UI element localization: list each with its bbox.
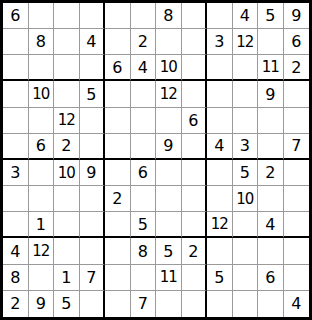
cell-r1c9[interactable] xyxy=(207,3,233,29)
cell-r9c5[interactable] xyxy=(105,212,131,238)
cell-r2c5[interactable] xyxy=(105,29,131,55)
cell-r2c8[interactable] xyxy=(182,29,208,55)
cell-r11c11[interactable]: 6 xyxy=(258,265,284,291)
cell-r7c8[interactable] xyxy=(182,160,208,186)
cell-r2c11[interactable] xyxy=(258,29,284,55)
cell-r3c8[interactable] xyxy=(182,55,208,81)
cell-r8c8[interactable] xyxy=(182,186,208,212)
cell-r11c1[interactable]: 8 xyxy=(3,265,29,291)
cell-r10c8[interactable]: 2 xyxy=(182,238,208,264)
cell-r10c10[interactable] xyxy=(233,238,259,264)
cell-r12c5[interactable] xyxy=(105,291,131,317)
cell-r7c9[interactable] xyxy=(207,160,233,186)
cell-r8c6[interactable] xyxy=(131,186,157,212)
cell-r1c12[interactable]: 9 xyxy=(284,3,310,29)
cell-r4c2[interactable]: 10 xyxy=(29,81,55,107)
cell-r10c12[interactable] xyxy=(284,238,310,264)
cell-r10c5[interactable] xyxy=(105,238,131,264)
cell-r6c2[interactable]: 6 xyxy=(29,134,55,160)
cell-r7c3[interactable]: 10 xyxy=(54,160,80,186)
cell-r7c10[interactable]: 5 xyxy=(233,160,259,186)
cell-r6c5[interactable] xyxy=(105,134,131,160)
cell-r4c6[interactable] xyxy=(131,81,157,107)
cell-r3c7[interactable]: 10 xyxy=(156,55,182,81)
cell-r4c12[interactable] xyxy=(284,81,310,107)
cell-r1c8[interactable] xyxy=(182,3,208,29)
cell-r10c3[interactable] xyxy=(54,238,80,264)
cell-r8c12[interactable] xyxy=(284,186,310,212)
cell-r9c9[interactable]: 12 xyxy=(207,212,233,238)
cell-r3c1[interactable] xyxy=(3,55,29,81)
cell-r8c1[interactable] xyxy=(3,186,29,212)
cell-r9c3[interactable] xyxy=(54,212,80,238)
cell-r8c2[interactable] xyxy=(29,186,55,212)
cell-r6c7[interactable]: 9 xyxy=(156,134,182,160)
cell-r1c5[interactable] xyxy=(105,3,131,29)
cell-r9c10[interactable] xyxy=(233,212,259,238)
cell-r11c10[interactable] xyxy=(233,265,259,291)
cell-r3c10[interactable] xyxy=(233,55,259,81)
cell-r9c4[interactable] xyxy=(80,212,106,238)
cell-r3c12[interactable]: 2 xyxy=(284,55,310,81)
cell-r9c1[interactable] xyxy=(3,212,29,238)
cell-r3c5[interactable]: 6 xyxy=(105,55,131,81)
cell-r1c3[interactable] xyxy=(54,3,80,29)
cell-r2c2[interactable]: 8 xyxy=(29,29,55,55)
cell-r6c1[interactable] xyxy=(3,134,29,160)
cell-r3c6[interactable]: 4 xyxy=(131,55,157,81)
cell-r8c10[interactable]: 10 xyxy=(233,186,259,212)
cell-r12c3[interactable]: 5 xyxy=(54,291,80,317)
cell-r12c2[interactable]: 9 xyxy=(29,291,55,317)
cell-r6c10[interactable]: 3 xyxy=(233,134,259,160)
cell-r6c6[interactable] xyxy=(131,134,157,160)
cell-r8c11[interactable] xyxy=(258,186,284,212)
cell-r11c8[interactable] xyxy=(182,265,208,291)
cell-r7c2[interactable] xyxy=(29,160,55,186)
cell-r7c7[interactable] xyxy=(156,160,182,186)
cell-r7c5[interactable] xyxy=(105,160,131,186)
cell-r1c1[interactable]: 6 xyxy=(3,3,29,29)
cell-r6c4[interactable] xyxy=(80,134,106,160)
cell-r7c1[interactable]: 3 xyxy=(3,160,29,186)
cell-r4c9[interactable] xyxy=(207,81,233,107)
cell-r6c9[interactable]: 4 xyxy=(207,134,233,160)
cell-r12c9[interactable] xyxy=(207,291,233,317)
cell-r5c2[interactable] xyxy=(29,108,55,134)
cell-r4c4[interactable]: 5 xyxy=(80,81,106,107)
cell-r2c1[interactable] xyxy=(3,29,29,55)
cell-r6c11[interactable] xyxy=(258,134,284,160)
cell-r5c7[interactable] xyxy=(156,108,182,134)
cell-r10c4[interactable] xyxy=(80,238,106,264)
cell-r1c6[interactable] xyxy=(131,3,157,29)
cell-r9c8[interactable] xyxy=(182,212,208,238)
cell-r5c9[interactable] xyxy=(207,108,233,134)
cell-r7c6[interactable]: 6 xyxy=(131,160,157,186)
cell-r5c5[interactable] xyxy=(105,108,131,134)
cell-r3c4[interactable] xyxy=(80,55,106,81)
cell-r4c5[interactable] xyxy=(105,81,131,107)
cell-r10c7[interactable]: 5 xyxy=(156,238,182,264)
cell-r4c10[interactable] xyxy=(233,81,259,107)
cell-r12c1[interactable]: 2 xyxy=(3,291,29,317)
cell-r5c1[interactable] xyxy=(3,108,29,134)
cell-r12c8[interactable] xyxy=(182,291,208,317)
cell-r10c1[interactable]: 4 xyxy=(3,238,29,264)
cell-r11c12[interactable] xyxy=(284,265,310,291)
cell-r10c6[interactable]: 8 xyxy=(131,238,157,264)
cell-r8c9[interactable] xyxy=(207,186,233,212)
cell-r4c3[interactable] xyxy=(54,81,80,107)
cell-r5c11[interactable] xyxy=(258,108,284,134)
cell-r2c4[interactable]: 4 xyxy=(80,29,106,55)
cell-r8c4[interactable] xyxy=(80,186,106,212)
cell-r3c2[interactable] xyxy=(29,55,55,81)
cell-r3c9[interactable] xyxy=(207,55,233,81)
cell-r11c3[interactable]: 1 xyxy=(54,265,80,291)
cell-r11c6[interactable] xyxy=(131,265,157,291)
sudoku-board: 6845984231266410112105129126629437310965… xyxy=(0,0,312,320)
cell-r11c7[interactable]: 11 xyxy=(156,265,182,291)
cell-r7c4[interactable]: 9 xyxy=(80,160,106,186)
cell-r8c7[interactable] xyxy=(156,186,182,212)
cell-r4c8[interactable] xyxy=(182,81,208,107)
cell-r11c5[interactable] xyxy=(105,265,131,291)
cell-r3c11[interactable]: 11 xyxy=(258,55,284,81)
cell-r5c8[interactable]: 6 xyxy=(182,108,208,134)
cell-r6c8[interactable] xyxy=(182,134,208,160)
cell-r2c3[interactable] xyxy=(54,29,80,55)
cell-r10c2[interactable]: 12 xyxy=(29,238,55,264)
cell-r6c3[interactable]: 2 xyxy=(54,134,80,160)
cell-r9c2[interactable]: 1 xyxy=(29,212,55,238)
cell-r5c4[interactable] xyxy=(80,108,106,134)
cell-r4c1[interactable] xyxy=(3,81,29,107)
cell-r11c9[interactable]: 5 xyxy=(207,265,233,291)
cell-r7c12[interactable] xyxy=(284,160,310,186)
cell-r4c11[interactable]: 9 xyxy=(258,81,284,107)
cell-r8c3[interactable] xyxy=(54,186,80,212)
cell-r12c12[interactable]: 4 xyxy=(284,291,310,317)
cell-r11c4[interactable]: 7 xyxy=(80,265,106,291)
cell-r2c12[interactable]: 6 xyxy=(284,29,310,55)
cell-r5c3[interactable]: 12 xyxy=(54,108,80,134)
cell-r3c3[interactable] xyxy=(54,55,80,81)
cell-r1c4[interactable] xyxy=(80,3,106,29)
cell-r1c7[interactable]: 8 xyxy=(156,3,182,29)
cell-r9c11[interactable]: 4 xyxy=(258,212,284,238)
cell-r7c11[interactable]: 2 xyxy=(258,160,284,186)
cell-r8c5[interactable]: 2 xyxy=(105,186,131,212)
cell-r10c9[interactable] xyxy=(207,238,233,264)
cell-r1c11[interactable]: 5 xyxy=(258,3,284,29)
cell-r10c11[interactable] xyxy=(258,238,284,264)
cell-r2c7[interactable] xyxy=(156,29,182,55)
cell-r5c12[interactable] xyxy=(284,108,310,134)
cell-r11c2[interactable] xyxy=(29,265,55,291)
cell-r12c10[interactable] xyxy=(233,291,259,317)
cell-r12c7[interactable] xyxy=(156,291,182,317)
cell-r9c12[interactable] xyxy=(284,212,310,238)
cell-r12c11[interactable] xyxy=(258,291,284,317)
cell-r2c10[interactable]: 12 xyxy=(233,29,259,55)
cell-r9c6[interactable]: 5 xyxy=(131,212,157,238)
cell-r5c10[interactable] xyxy=(233,108,259,134)
cell-r2c9[interactable]: 3 xyxy=(207,29,233,55)
cell-r12c4[interactable] xyxy=(80,291,106,317)
cell-r2c6[interactable]: 2 xyxy=(131,29,157,55)
cell-r9c7[interactable] xyxy=(156,212,182,238)
cell-r4c7[interactable]: 12 xyxy=(156,81,182,107)
cell-r6c12[interactable]: 7 xyxy=(284,134,310,160)
cell-r1c2[interactable] xyxy=(29,3,55,29)
cell-r1c10[interactable]: 4 xyxy=(233,3,259,29)
cell-r12c6[interactable]: 7 xyxy=(131,291,157,317)
cell-r5c6[interactable] xyxy=(131,108,157,134)
